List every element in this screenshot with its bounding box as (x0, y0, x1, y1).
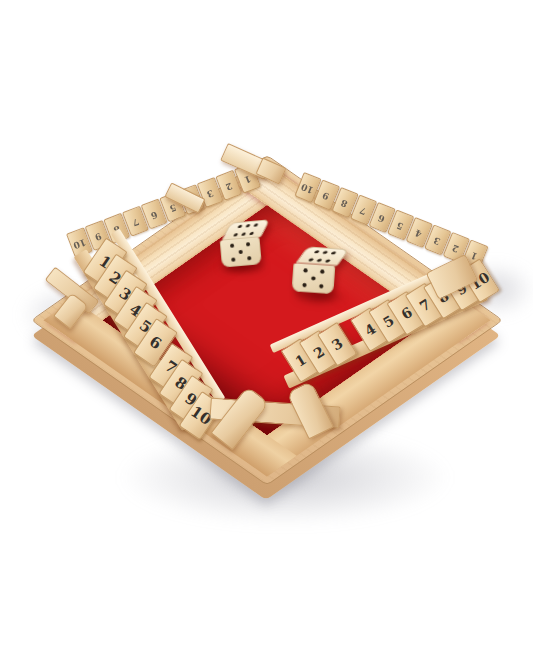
tile-number: 2 (452, 242, 461, 253)
tile-number: 8 (340, 197, 349, 208)
die-1-front-face (220, 237, 262, 267)
die-pip (320, 270, 324, 274)
die-pip (247, 256, 251, 260)
tile-number: 3 (206, 187, 215, 198)
die-pip (302, 283, 306, 287)
die-pip (308, 258, 314, 261)
tile-number: 3 (329, 336, 345, 353)
tile-number: 3 (433, 235, 442, 246)
tile-number: 10 (72, 236, 87, 249)
tile-number: 10 (300, 181, 315, 194)
die-pip (325, 259, 331, 262)
tile-number: 5 (396, 220, 405, 231)
tile-number: 7 (359, 205, 368, 216)
die-2-front-face (291, 263, 335, 294)
die-pip (249, 231, 255, 235)
tile-number: 1 (243, 173, 252, 184)
die-pip (239, 250, 243, 254)
tile-number: 9 (94, 230, 103, 241)
die-pip (316, 258, 322, 261)
tile-number: 7 (131, 216, 140, 227)
die-1[interactable] (218, 220, 262, 267)
die-2[interactable] (291, 245, 336, 294)
die-pip (246, 242, 250, 246)
die-pip (231, 257, 235, 261)
shut-the-box-photo: 10987654321 10987654321 12345678910 1234… (0, 0, 533, 666)
tile-number: 2 (224, 180, 233, 191)
die-pip (241, 232, 247, 236)
die-pip (230, 244, 234, 248)
die-pip (233, 233, 239, 237)
tile-number: 6 (147, 334, 164, 352)
tile-number: 4 (415, 227, 424, 238)
die-pip (303, 269, 307, 273)
die-pip (311, 276, 315, 280)
die-pip (319, 284, 323, 288)
tile-number: 6 (150, 209, 159, 220)
tile-number: 6 (378, 212, 387, 223)
tile-number: 9 (322, 190, 331, 201)
tile-number: 5 (168, 202, 177, 213)
